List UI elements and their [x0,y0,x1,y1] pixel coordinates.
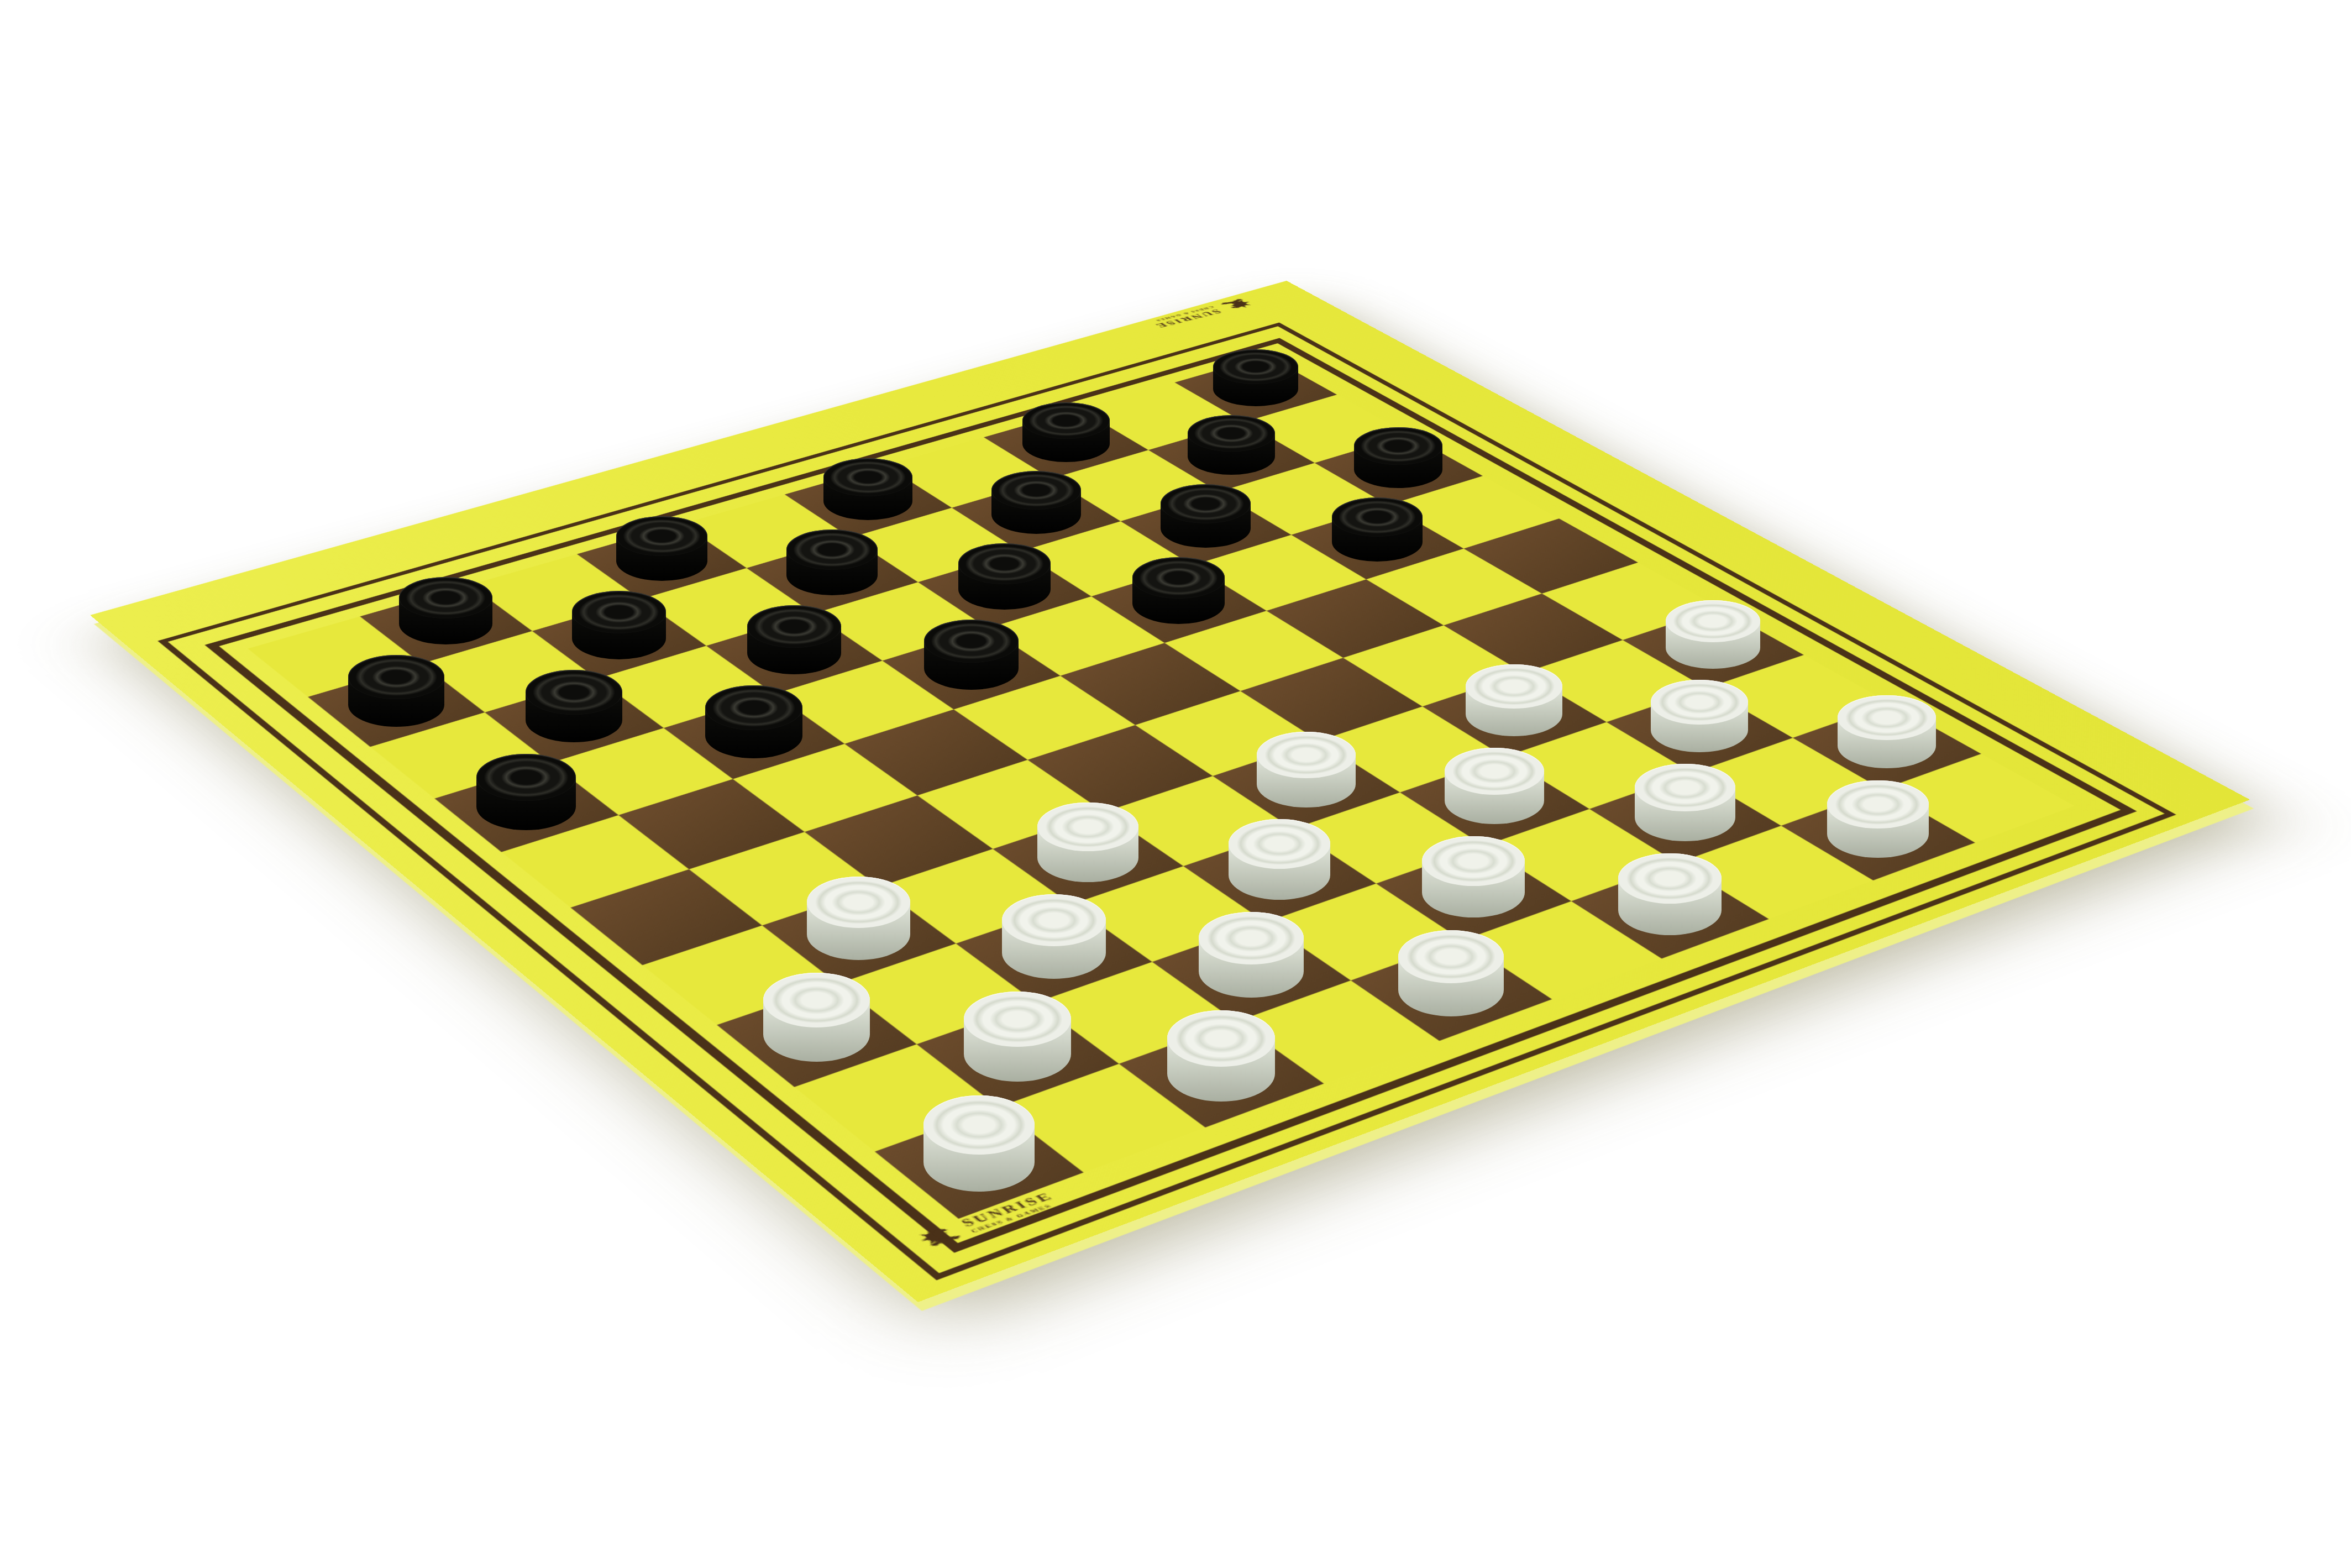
board-grid [90,281,2250,1302]
draughts-board-photo: SUNRISE CHESS & GAMES [0,0,2351,1568]
board-mat: SUNRISE CHESS & GAMES [90,281,2250,1302]
